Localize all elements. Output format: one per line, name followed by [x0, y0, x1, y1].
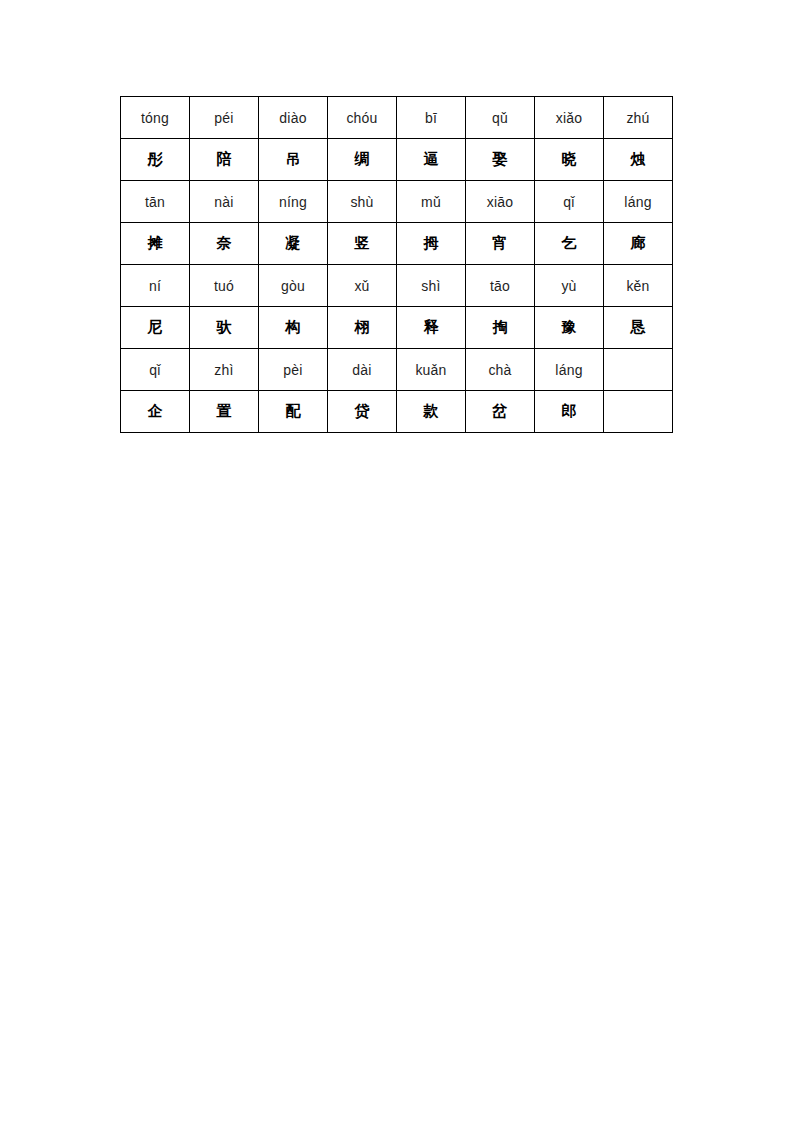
cell-r7c1: qǐ	[121, 349, 190, 391]
cell-r4c8: 廊	[604, 223, 673, 265]
cell-r5c4: xǔ	[328, 265, 397, 307]
cell-r2c8: 烛	[604, 139, 673, 181]
cell-r1c8: zhú	[604, 97, 673, 139]
cell-r6c2: 驮	[190, 307, 259, 349]
cell-r5c1: ní	[121, 265, 190, 307]
cell-r6c5: 释	[397, 307, 466, 349]
cell-r6c4: 栩	[328, 307, 397, 349]
cell-r2c7: 晓	[535, 139, 604, 181]
cell-r1c2: péi	[190, 97, 259, 139]
cell-r8c5: 款	[397, 391, 466, 433]
cell-r7c2: zhì	[190, 349, 259, 391]
cell-r1c6: qǔ	[466, 97, 535, 139]
cell-r7c6: chà	[466, 349, 535, 391]
cell-r2c5: 逼	[397, 139, 466, 181]
cell-r8c2: 置	[190, 391, 259, 433]
cell-r5c6: tāo	[466, 265, 535, 307]
cell-r5c3: gòu	[259, 265, 328, 307]
cell-r1c5: bī	[397, 97, 466, 139]
cell-r4c2: 奈	[190, 223, 259, 265]
worksheet-page: tóngpéidiàochóubīqǔxiǎozhú彤陪吊绸逼娶晓烛tānnài…	[0, 0, 793, 1122]
cell-r7c3: pèi	[259, 349, 328, 391]
cell-r7c5: kuǎn	[397, 349, 466, 391]
cell-r8c7: 郎	[535, 391, 604, 433]
cell-r3c1: tān	[121, 181, 190, 223]
cell-r1c4: chóu	[328, 97, 397, 139]
cell-r7c7: láng	[535, 349, 604, 391]
cell-r2c3: 吊	[259, 139, 328, 181]
cell-r2c4: 绸	[328, 139, 397, 181]
cell-r5c7: yù	[535, 265, 604, 307]
cell-r2c1: 彤	[121, 139, 190, 181]
cell-r7c4: dài	[328, 349, 397, 391]
cell-r5c8: kěn	[604, 265, 673, 307]
pinyin-hanzi-table: tóngpéidiàochóubīqǔxiǎozhú彤陪吊绸逼娶晓烛tānnài…	[120, 96, 673, 433]
cell-r2c2: 陪	[190, 139, 259, 181]
cell-r6c7: 豫	[535, 307, 604, 349]
cell-r4c4: 竖	[328, 223, 397, 265]
cell-r4c3: 凝	[259, 223, 328, 265]
cell-r3c4: shù	[328, 181, 397, 223]
cell-r6c8: 恳	[604, 307, 673, 349]
cell-r3c6: xiāo	[466, 181, 535, 223]
cell-r4c5: 拇	[397, 223, 466, 265]
cell-r6c6: 掏	[466, 307, 535, 349]
cell-r4c1: 摊	[121, 223, 190, 265]
cell-r6c1: 尼	[121, 307, 190, 349]
cell-r7c8-empty	[604, 349, 673, 391]
cell-r5c2: tuó	[190, 265, 259, 307]
cell-r6c3: 构	[259, 307, 328, 349]
cell-r3c5: mǔ	[397, 181, 466, 223]
cell-r3c3: níng	[259, 181, 328, 223]
cell-r8c4: 贷	[328, 391, 397, 433]
cell-r5c5: shì	[397, 265, 466, 307]
cell-r2c6: 娶	[466, 139, 535, 181]
cell-r4c7: 乞	[535, 223, 604, 265]
cell-r4c6: 宵	[466, 223, 535, 265]
cell-r8c8-empty	[604, 391, 673, 433]
cell-r3c8: láng	[604, 181, 673, 223]
cell-r8c3: 配	[259, 391, 328, 433]
cell-r3c7: qǐ	[535, 181, 604, 223]
cell-r1c3: diào	[259, 97, 328, 139]
cell-r3c2: nài	[190, 181, 259, 223]
cell-r1c7: xiǎo	[535, 97, 604, 139]
cell-r8c6: 岔	[466, 391, 535, 433]
cell-r8c1: 企	[121, 391, 190, 433]
cell-r1c1: tóng	[121, 97, 190, 139]
